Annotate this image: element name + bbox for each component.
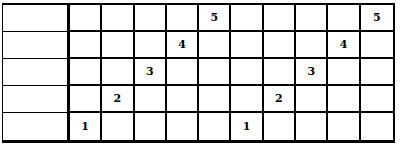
- grid-cell[interactable]: [328, 59, 360, 86]
- grid-cell[interactable]: [135, 113, 167, 140]
- grid-cell[interactable]: [167, 5, 199, 32]
- grid-cell[interactable]: 4: [328, 32, 360, 59]
- worksheet-screenshot: 5544332211: [0, 0, 400, 148]
- grid-cell[interactable]: [361, 113, 393, 140]
- grid-cell[interactable]: 1: [70, 113, 102, 140]
- grid-cell[interactable]: [167, 86, 199, 113]
- grid-cell[interactable]: [328, 86, 360, 113]
- grid-cell[interactable]: [70, 59, 102, 86]
- grid-cell[interactable]: [135, 86, 167, 113]
- grid-cell[interactable]: [199, 113, 231, 140]
- grid-cell[interactable]: [361, 59, 393, 86]
- grid-cell[interactable]: [296, 32, 328, 59]
- grid-cell[interactable]: [296, 113, 328, 140]
- grid-cell[interactable]: [102, 113, 134, 140]
- grid-cell[interactable]: [328, 5, 360, 32]
- grid-cell[interactable]: [70, 32, 102, 59]
- grid-cell[interactable]: 2: [264, 86, 296, 113]
- grid-cell[interactable]: 1: [231, 113, 263, 140]
- grid-cell[interactable]: [199, 86, 231, 113]
- grid-cell[interactable]: [199, 32, 231, 59]
- grid-cell[interactable]: [361, 32, 393, 59]
- grid-cell[interactable]: 5: [199, 5, 231, 32]
- grid-cell[interactable]: [231, 32, 263, 59]
- grid-cell[interactable]: [102, 32, 134, 59]
- grid-cell[interactable]: 5: [361, 5, 393, 32]
- grid-cell[interactable]: [231, 86, 263, 113]
- grid-cell[interactable]: [264, 32, 296, 59]
- grid-cell[interactable]: [167, 113, 199, 140]
- grid-cell[interactable]: [231, 5, 263, 32]
- puzzle-grid: 5544332211: [2, 3, 395, 143]
- row-label-cell: [3, 32, 70, 59]
- grid-cell[interactable]: [102, 59, 134, 86]
- grid-cell[interactable]: 4: [167, 32, 199, 59]
- grid-cell[interactable]: [135, 5, 167, 32]
- grid-cell[interactable]: [102, 5, 134, 32]
- grid-cell[interactable]: [296, 86, 328, 113]
- grid-cell[interactable]: [231, 59, 263, 86]
- grid-cell[interactable]: 3: [135, 59, 167, 86]
- row-label-cell: [3, 86, 70, 113]
- grid-cell[interactable]: [296, 5, 328, 32]
- grid-cell[interactable]: [361, 86, 393, 113]
- grid-cell[interactable]: 2: [102, 86, 134, 113]
- grid-cell[interactable]: 3: [296, 59, 328, 86]
- grid-cell[interactable]: [264, 5, 296, 32]
- row-label-cell: [3, 113, 70, 140]
- grid-cell[interactable]: [70, 5, 102, 32]
- grid-cell[interactable]: [167, 59, 199, 86]
- row-label-cell: [3, 5, 70, 32]
- row-label-cell: [3, 59, 70, 86]
- grid-cell[interactable]: [328, 113, 360, 140]
- grid-cell[interactable]: [199, 59, 231, 86]
- grid-cell[interactable]: [70, 86, 102, 113]
- grid-cell[interactable]: [135, 32, 167, 59]
- grid-cell[interactable]: [264, 113, 296, 140]
- grid-cell[interactable]: [264, 59, 296, 86]
